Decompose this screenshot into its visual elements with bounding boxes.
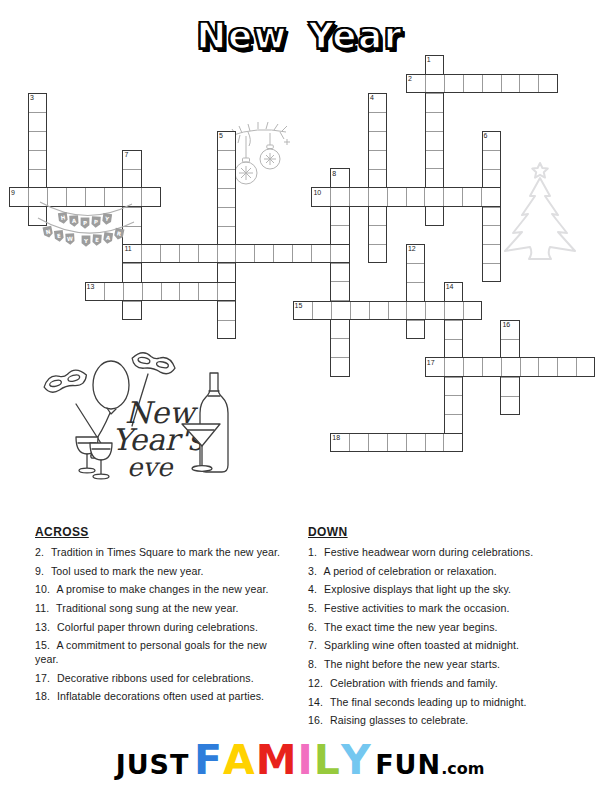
logo-family-letter-M: M bbox=[255, 736, 297, 784]
clue-item-11: 11. Traditional song sung at the new yea… bbox=[35, 602, 287, 616]
clue-item-1: 1. Festive headwear worn during celebrat… bbox=[308, 546, 586, 560]
clue-number-4: 4 bbox=[370, 94, 374, 101]
page-title: New Year bbox=[0, 16, 600, 56]
clue-number-11: 11 bbox=[124, 245, 131, 252]
entry-18-across[interactable] bbox=[330, 433, 463, 452]
entry-5-down[interactable] bbox=[217, 131, 236, 339]
clue-item-6: 6. The exact time the new year begins. bbox=[308, 621, 586, 635]
clue-number-13: 13 bbox=[87, 283, 95, 290]
entry-9-across[interactable] bbox=[9, 187, 161, 206]
clue-number-5: 5 bbox=[219, 132, 223, 139]
clue-number-14: 14 bbox=[446, 283, 454, 290]
logo-family-letter-I: I bbox=[297, 736, 313, 784]
entry-10-across[interactable] bbox=[311, 187, 501, 206]
clue-item-13: 13. Colorful paper thrown during celebra… bbox=[35, 621, 287, 635]
clue-item-2: 2. Tradition in Times Square to mark the… bbox=[35, 546, 287, 560]
logo-just: JUST bbox=[116, 749, 190, 780]
clue-number-12: 12 bbox=[408, 245, 416, 252]
clue-item-15: 15. A commitment to personal goals for t… bbox=[35, 639, 287, 666]
clue-item-3: 3. A period of celebration or relaxation… bbox=[308, 565, 586, 579]
entry-17-across[interactable] bbox=[425, 357, 596, 376]
clue-number-17: 17 bbox=[427, 359, 435, 366]
clue-number-18: 18 bbox=[332, 434, 340, 441]
down-clues: DOWN 1. Festive headwear worn during cel… bbox=[308, 525, 586, 733]
across-clues: ACROSS 2. Tradition in Times Square to m… bbox=[35, 525, 287, 709]
clue-item-7: 7. Sparkling wine often toasted at midni… bbox=[308, 639, 586, 653]
clue-item-14: 14. The final seconds leading up to midn… bbox=[308, 696, 586, 710]
across-header: ACROSS bbox=[35, 525, 287, 539]
clue-item-5: 5. Festive activities to mark the occasi… bbox=[308, 602, 586, 616]
entry-13-across[interactable] bbox=[85, 282, 237, 301]
clue-number-8: 8 bbox=[332, 170, 336, 177]
down-list: 1. Festive headwear worn during celebrat… bbox=[308, 546, 586, 728]
entry-12-down[interactable] bbox=[406, 244, 425, 339]
entry-15-across[interactable] bbox=[293, 301, 483, 320]
clue-item-9: 9. Tool used to mark the new year. bbox=[35, 565, 287, 579]
clue-number-2: 2 bbox=[408, 75, 412, 82]
clue-number-1: 1 bbox=[427, 56, 431, 63]
entry-4-down[interactable] bbox=[368, 93, 387, 264]
clue-number-16: 16 bbox=[502, 321, 510, 328]
clue-number-10: 10 bbox=[313, 189, 321, 196]
clue-number-3: 3 bbox=[30, 94, 34, 101]
clue-number-9: 9 bbox=[11, 189, 15, 196]
clue-item-18: 18. Inflatable decorations often used at… bbox=[35, 690, 287, 704]
clue-item-4: 4. Explosive displays that light up the … bbox=[308, 583, 586, 597]
script-eve: eve bbox=[127, 452, 174, 482]
crossword-board: 123456789101112131415161718 bbox=[9, 55, 595, 452]
footer-logo: JUST FAMILY FUN .com bbox=[0, 736, 600, 796]
logo-family-letter-L: L bbox=[313, 736, 340, 784]
page: New Year 123456789101112131415161718 HAP… bbox=[0, 0, 600, 800]
entry-2-across[interactable] bbox=[406, 74, 558, 93]
clue-number-6: 6 bbox=[484, 132, 488, 139]
crossword-grid: 123456789101112131415161718 bbox=[9, 55, 595, 452]
clue-number-7: 7 bbox=[124, 151, 128, 158]
clue-item-10: 10. A promise to make changes in the new… bbox=[35, 583, 287, 597]
clue-item-16: 16. Raising glasses to celebrate. bbox=[308, 714, 586, 728]
clue-number-15: 15 bbox=[295, 302, 303, 309]
down-header: DOWN bbox=[308, 525, 586, 539]
across-list: 2. Tradition in Times Square to mark the… bbox=[35, 546, 287, 704]
logo-tld: .com bbox=[441, 759, 484, 778]
clue-item-17: 17. Decorative ribbons used for celebrat… bbox=[35, 672, 287, 686]
logo-family-letter-Y: Y bbox=[340, 736, 371, 784]
logo-family-letter-F: F bbox=[193, 736, 222, 784]
clue-item-8: 8. The night before the new year starts. bbox=[308, 658, 586, 672]
logo-family-letter-A: A bbox=[223, 736, 256, 784]
logo-family: FAMILY bbox=[193, 736, 371, 784]
entry-11-across[interactable] bbox=[122, 244, 349, 263]
logo-fun: FUN bbox=[375, 749, 441, 780]
clue-item-12: 12. Celebration with friends and family. bbox=[308, 677, 586, 691]
